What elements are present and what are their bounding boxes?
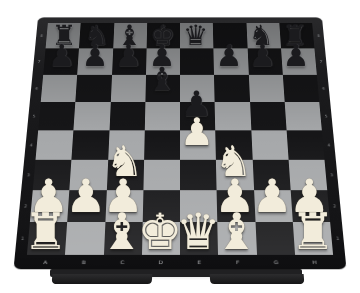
square-g6[interactable] bbox=[248, 75, 284, 102]
square-h5[interactable] bbox=[284, 102, 321, 130]
rank-label-7: 7 bbox=[315, 48, 326, 74]
square-c6[interactable] bbox=[110, 75, 145, 102]
square-h4[interactable] bbox=[286, 130, 324, 159]
rank-label-6: 6 bbox=[318, 75, 330, 102]
square-e3[interactable] bbox=[180, 160, 217, 190]
square-d4[interactable] bbox=[144, 130, 180, 159]
piece-black-pawn-c7[interactable]: ♟ bbox=[115, 41, 142, 71]
piece-black-pawn-g7[interactable]: ♟ bbox=[249, 41, 276, 71]
piece-black-pawn-f7[interactable]: ♟ bbox=[216, 41, 243, 71]
piece-black-queen-e8[interactable]: ♛ bbox=[183, 22, 208, 50]
square-g5[interactable] bbox=[250, 102, 287, 130]
piece-black-pawn-b7[interactable]: ♟ bbox=[82, 41, 109, 71]
square-f6[interactable] bbox=[214, 75, 249, 102]
square-a6[interactable] bbox=[41, 75, 78, 102]
piece-white-rook-a1[interactable]: ♜ bbox=[23, 207, 68, 257]
square-e7[interactable] bbox=[180, 48, 214, 74]
piece-white-bishop-f1[interactable]: ♝ bbox=[214, 207, 259, 257]
square-d5[interactable] bbox=[145, 102, 180, 130]
square-g4[interactable] bbox=[251, 130, 288, 159]
square-a4[interactable] bbox=[36, 130, 74, 159]
chess-set-photo: ABCDEFGH 87654321 87654321 ♜♞♝♚♛♞♜♟♟♟♟♟♟… bbox=[0, 0, 360, 293]
file-label-b: B bbox=[64, 259, 103, 266]
rank-label-8: 8 bbox=[313, 23, 324, 48]
piece-black-bishop-d6[interactable]: ♝ bbox=[148, 63, 177, 95]
square-h6[interactable] bbox=[283, 75, 320, 102]
stand-foot-right bbox=[210, 274, 305, 284]
piece-black-pawn-a7[interactable]: ♟ bbox=[48, 41, 75, 71]
square-b5[interactable] bbox=[74, 102, 111, 130]
square-g1[interactable] bbox=[255, 222, 295, 255]
piece-white-pawn-e4[interactable]: ♟ bbox=[180, 113, 214, 151]
square-b4[interactable] bbox=[72, 130, 109, 159]
rank-label-5: 5 bbox=[320, 102, 332, 130]
piece-black-pawn-h7[interactable]: ♟ bbox=[283, 41, 310, 71]
stand-foot-left bbox=[52, 274, 153, 284]
square-f5[interactable] bbox=[215, 102, 251, 130]
square-b6[interactable] bbox=[76, 75, 112, 102]
rank-label-4: 4 bbox=[323, 130, 335, 159]
square-d3[interactable] bbox=[143, 160, 180, 190]
square-c5[interactable] bbox=[109, 102, 145, 130]
square-a5[interactable] bbox=[38, 102, 75, 130]
piece-white-rook-h1[interactable]: ♜ bbox=[290, 207, 335, 257]
